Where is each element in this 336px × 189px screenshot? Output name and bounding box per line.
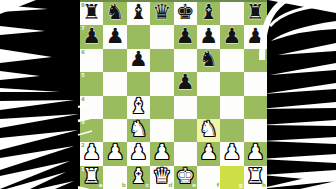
thumbnail-stage: ♜8♞♝♛♚♝♜♟7♟♟♟♟♟6♟♞5♟4♝3♞♞♟2♟♟♟♟♟♟♜1ab♝c♛… (0, 0, 336, 189)
speed-lines-overlay (0, 0, 336, 189)
